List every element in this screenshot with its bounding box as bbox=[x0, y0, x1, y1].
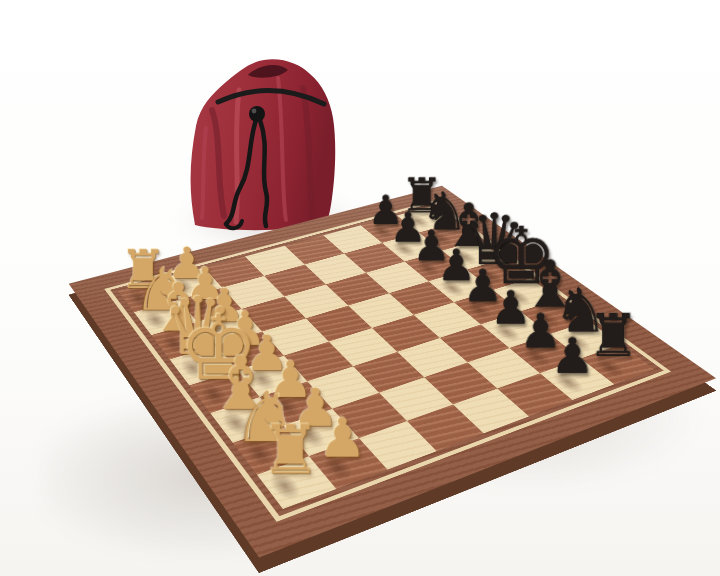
chess-set-photo: ♜♞♝♛♚♝♞♜♟♟♟♟♟♟♟♟♟♟♟♟♟♟♟♟♜♞♝♛♚♝♞♜ bbox=[0, 0, 720, 576]
chess-board: ♜♞♝♛♚♝♞♜♟♟♟♟♟♟♟♟♟♟♟♟♟♟♟♟♜♞♝♛♚♝♞♜ bbox=[69, 186, 716, 558]
white-rook-glyph: ♜ bbox=[213, 416, 369, 484]
black-pawn-glyph: ♟ bbox=[504, 331, 642, 380]
bag-cord-toggle-highlight bbox=[252, 109, 257, 114]
drawstring-bag bbox=[182, 48, 344, 238]
bag-cord-toggle bbox=[249, 106, 265, 122]
